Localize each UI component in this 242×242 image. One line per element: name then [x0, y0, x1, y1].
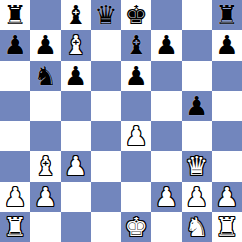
square-e6[interactable]: ♟ [121, 61, 151, 91]
square-e7[interactable]: ♝ [121, 30, 151, 60]
square-c1[interactable] [61, 212, 91, 242]
square-a3[interactable] [0, 151, 30, 181]
square-a4[interactable] [0, 121, 30, 151]
square-e4[interactable]: ♟ [121, 121, 151, 151]
square-d2[interactable] [91, 182, 121, 212]
black-pawn[interactable]: ♟ [3, 30, 26, 60]
square-f7[interactable]: ♟ [151, 30, 181, 60]
square-h4[interactable] [212, 121, 242, 151]
white-knight[interactable]: ♞ [185, 212, 208, 242]
black-pawn[interactable]: ♟ [64, 61, 87, 91]
white-king[interactable]: ♚ [124, 212, 147, 242]
square-b3[interactable]: ♝ [30, 151, 60, 181]
square-d6[interactable] [91, 61, 121, 91]
square-f6[interactable] [151, 61, 181, 91]
square-c2[interactable] [61, 182, 91, 212]
black-pawn[interactable]: ♟ [34, 30, 57, 60]
black-rook[interactable]: ♜ [3, 0, 26, 30]
white-pawn[interactable]: ♟ [185, 182, 208, 212]
square-g8[interactable] [182, 0, 212, 30]
white-pawn[interactable]: ♟ [34, 182, 57, 212]
black-pawn[interactable]: ♟ [124, 61, 147, 91]
square-a5[interactable] [0, 91, 30, 121]
square-f1[interactable] [151, 212, 181, 242]
square-g3[interactable]: ♛ [182, 151, 212, 181]
black-queen[interactable]: ♛ [94, 0, 117, 30]
square-f3[interactable] [151, 151, 181, 181]
square-e1[interactable]: ♚ [121, 212, 151, 242]
square-e8[interactable]: ♚ [121, 0, 151, 30]
square-g2[interactable]: ♟ [182, 182, 212, 212]
square-c7[interactable]: ♝ [61, 30, 91, 60]
white-pawn[interactable]: ♟ [215, 182, 238, 212]
square-g5[interactable]: ♟ [182, 91, 212, 121]
square-a2[interactable]: ♟ [0, 182, 30, 212]
square-c8[interactable]: ♝ [61, 0, 91, 30]
square-f5[interactable] [151, 91, 181, 121]
square-b2[interactable]: ♟ [30, 182, 60, 212]
square-c4[interactable] [61, 121, 91, 151]
square-g4[interactable] [182, 121, 212, 151]
white-bishop[interactable]: ♝ [34, 151, 57, 181]
square-c5[interactable] [61, 91, 91, 121]
square-b4[interactable] [30, 121, 60, 151]
square-g7[interactable] [182, 30, 212, 60]
square-h5[interactable] [212, 91, 242, 121]
square-b8[interactable] [30, 0, 60, 30]
square-a1[interactable]: ♜ [0, 212, 30, 242]
white-queen[interactable]: ♛ [185, 151, 208, 181]
square-f2[interactable]: ♟ [151, 182, 181, 212]
square-d4[interactable] [91, 121, 121, 151]
black-pawn[interactable]: ♟ [185, 91, 208, 121]
square-h7[interactable]: ♟ [212, 30, 242, 60]
square-d1[interactable] [91, 212, 121, 242]
black-bishop[interactable]: ♝ [64, 0, 87, 30]
square-g6[interactable] [182, 61, 212, 91]
square-d3[interactable] [91, 151, 121, 181]
white-pawn[interactable]: ♟ [64, 151, 87, 181]
white-bishop[interactable]: ♝ [64, 30, 87, 60]
square-b7[interactable]: ♟ [30, 30, 60, 60]
square-d7[interactable] [91, 30, 121, 60]
square-h8[interactable]: ♜ [212, 0, 242, 30]
white-rook[interactable]: ♜ [215, 212, 238, 242]
square-h2[interactable]: ♟ [212, 182, 242, 212]
square-e5[interactable] [121, 91, 151, 121]
square-a6[interactable] [0, 61, 30, 91]
square-f4[interactable] [151, 121, 181, 151]
square-b6[interactable]: ♞ [30, 61, 60, 91]
square-b5[interactable] [30, 91, 60, 121]
black-pawn[interactable]: ♟ [215, 30, 238, 60]
square-d8[interactable]: ♛ [91, 0, 121, 30]
black-bishop[interactable]: ♝ [124, 30, 147, 60]
black-knight[interactable]: ♞ [34, 61, 57, 91]
chess-board: ♜♝♛♚♜♟♟♝♝♟♟♞♟♟♟♟♝♟♛♟♟♟♟♟♜♚♞♜ [0, 0, 242, 242]
square-c6[interactable]: ♟ [61, 61, 91, 91]
square-h6[interactable] [212, 61, 242, 91]
white-pawn[interactable]: ♟ [155, 182, 178, 212]
white-pawn[interactable]: ♟ [124, 121, 147, 151]
square-b1[interactable] [30, 212, 60, 242]
black-pawn[interactable]: ♟ [155, 30, 178, 60]
square-h1[interactable]: ♜ [212, 212, 242, 242]
square-d5[interactable] [91, 91, 121, 121]
square-c3[interactable]: ♟ [61, 151, 91, 181]
square-f8[interactable] [151, 0, 181, 30]
square-g1[interactable]: ♞ [182, 212, 212, 242]
white-rook[interactable]: ♜ [3, 212, 26, 242]
chess-board-window: ♜♝♛♚♜♟♟♝♝♟♟♞♟♟♟♟♝♟♛♟♟♟♟♟♜♚♞♜ [0, 0, 242, 242]
square-e3[interactable] [121, 151, 151, 181]
black-king[interactable]: ♚ [124, 0, 147, 30]
square-a8[interactable]: ♜ [0, 0, 30, 30]
white-pawn[interactable]: ♟ [3, 182, 26, 212]
black-rook[interactable]: ♜ [215, 0, 238, 30]
square-a7[interactable]: ♟ [0, 30, 30, 60]
square-h3[interactable] [212, 151, 242, 181]
square-e2[interactable] [121, 182, 151, 212]
